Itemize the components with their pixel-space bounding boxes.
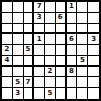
cell-r6c6[interactable]	[56, 56, 67, 67]
cell-r9c2[interactable]: 3	[13, 88, 24, 99]
cell-r3c1[interactable]	[2, 24, 13, 35]
cell-r5c2[interactable]	[13, 45, 24, 56]
cell-r2c3[interactable]	[24, 13, 35, 24]
cell-r5c6[interactable]	[56, 45, 67, 56]
cell-r5c3[interactable]: 5	[24, 45, 35, 56]
cell-r2c2[interactable]	[13, 13, 24, 24]
cell-r8c6[interactable]	[56, 77, 67, 88]
cell-r4c3[interactable]	[24, 34, 35, 45]
cell-r3c8[interactable]	[77, 24, 88, 35]
cell-r1c3[interactable]	[24, 2, 35, 13]
cell-r2c8[interactable]	[77, 13, 88, 24]
cell-r7c5[interactable]: 2	[45, 67, 56, 78]
cell-r8c7[interactable]	[67, 77, 78, 88]
cell-r4c2[interactable]	[13, 34, 24, 45]
cell-r4c1[interactable]	[2, 34, 13, 45]
cell-r8c9[interactable]	[88, 77, 99, 88]
cell-r1c8[interactable]	[77, 2, 88, 13]
cell-r5c4[interactable]	[34, 45, 45, 56]
cell-r8c2[interactable]: 5	[13, 77, 24, 88]
cell-r1c2[interactable]	[13, 2, 24, 13]
cell-r5c5[interactable]	[45, 45, 56, 56]
cell-r8c8[interactable]	[77, 77, 88, 88]
cell-r9c3[interactable]	[24, 88, 35, 99]
cell-r3c6[interactable]	[56, 24, 67, 35]
cell-r2c7[interactable]	[67, 13, 78, 24]
cell-r9c9[interactable]	[88, 88, 99, 99]
cell-r6c1[interactable]: 4	[2, 56, 13, 67]
cell-r2c5[interactable]	[45, 13, 56, 24]
cell-r3c3[interactable]	[24, 24, 35, 35]
cell-r8c5[interactable]	[45, 77, 56, 88]
cell-r5c9[interactable]	[88, 45, 99, 56]
cell-r4c9[interactable]: 3	[88, 34, 99, 45]
cell-r4c4[interactable]: 1	[34, 34, 45, 45]
cell-r9c1[interactable]	[2, 88, 13, 99]
cell-r5c7[interactable]	[67, 45, 78, 56]
cell-r9c7[interactable]	[67, 88, 78, 99]
cell-r9c8[interactable]	[77, 88, 88, 99]
cell-r8c3[interactable]: 7	[24, 77, 35, 88]
cell-r4c7[interactable]: 6	[67, 34, 78, 45]
cell-r7c6[interactable]	[56, 67, 67, 78]
cell-r6c8[interactable]: 5	[77, 56, 88, 67]
cell-r1c1[interactable]	[2, 2, 13, 13]
cell-r7c2[interactable]	[13, 67, 24, 78]
cell-r3c2[interactable]	[13, 24, 24, 35]
cell-r9c6[interactable]	[56, 88, 67, 99]
cell-r5c8[interactable]	[77, 45, 88, 56]
cell-r7c8[interactable]	[77, 67, 88, 78]
cell-r7c3[interactable]	[24, 67, 35, 78]
cell-r1c4[interactable]: 7	[34, 2, 45, 13]
cell-r2c9[interactable]	[88, 13, 99, 24]
cell-r6c4[interactable]	[34, 56, 45, 67]
cell-r4c5[interactable]	[45, 34, 56, 45]
cell-r2c1[interactable]	[2, 13, 13, 24]
cell-r3c4[interactable]	[34, 24, 45, 35]
cell-r2c6[interactable]: 6	[56, 13, 67, 24]
cell-r6c5[interactable]	[45, 56, 56, 67]
cell-r3c5[interactable]	[45, 24, 56, 35]
cell-r9c5[interactable]: 5	[45, 88, 56, 99]
cell-r3c7[interactable]	[67, 24, 78, 35]
cell-r6c2[interactable]	[13, 56, 24, 67]
cell-r2c4[interactable]: 3	[34, 13, 45, 24]
cell-r7c7[interactable]: 8	[67, 67, 78, 78]
cell-r7c4[interactable]	[34, 67, 45, 78]
cell-r1c9[interactable]	[88, 2, 99, 13]
sudoku-board: 71361632545285735	[0, 0, 101, 101]
cell-r4c8[interactable]	[77, 34, 88, 45]
cell-r6c9[interactable]	[88, 56, 99, 67]
cell-r1c5[interactable]	[45, 2, 56, 13]
cell-r7c9[interactable]	[88, 67, 99, 78]
cell-r5c1[interactable]: 2	[2, 45, 13, 56]
cell-r6c7[interactable]	[67, 56, 78, 67]
cell-r1c6[interactable]	[56, 2, 67, 13]
cell-r3c9[interactable]	[88, 24, 99, 35]
cell-r1c7[interactable]: 1	[67, 2, 78, 13]
cell-r9c4[interactable]	[34, 88, 45, 99]
cell-r8c1[interactable]	[2, 77, 13, 88]
cell-r7c1[interactable]	[2, 67, 13, 78]
cell-r8c4[interactable]	[34, 77, 45, 88]
cell-r6c3[interactable]	[24, 56, 35, 67]
cell-r4c6[interactable]	[56, 34, 67, 45]
